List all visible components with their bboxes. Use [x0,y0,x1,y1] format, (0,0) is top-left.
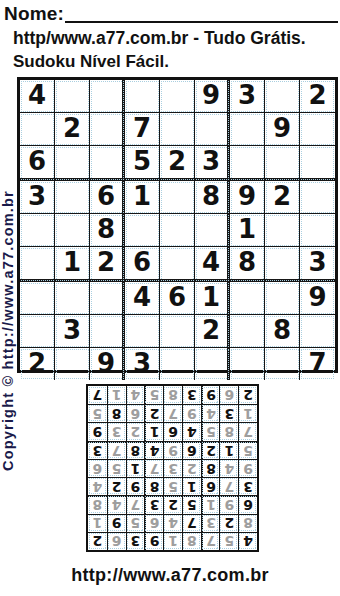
solution-cell-r2c2: 2 [219,514,238,532]
puzzle-cell-r1c9[interactable]: 2 [300,80,335,113]
puzzle-grid: 493227965233618928112648346193282937 [17,77,338,373]
puzzle-cell-r5c4[interactable] [125,214,160,247]
puzzle-cell-r8c2[interactable]: 3 [55,315,90,348]
site-header-text: http/www.a77.com.br - Tudo Grátis. [13,28,340,49]
solution-cell-r8c1: 1 [238,404,257,422]
solution-cell-r4c1: 3 [238,477,257,495]
puzzle-cell-r7c5[interactable]: 6 [160,282,195,315]
solution-cell-r1c9: 2 [88,532,107,550]
puzzle-cell-r1c1[interactable]: 4 [20,80,55,113]
puzzle-cell-r7c7[interactable] [230,282,265,315]
puzzle-cell-r6c5[interactable] [160,247,195,282]
puzzle-cell-r8c6[interactable]: 2 [195,315,230,348]
solution-cell-r4c4: 1 [182,477,201,495]
puzzle-cell-r3c9[interactable] [300,146,335,181]
puzzle-cell-r8c3[interactable] [90,315,125,348]
solution-cell-r5c9: 6 [88,459,107,477]
puzzle-cell-r9c6[interactable] [195,348,230,380]
puzzle-cell-r5c7[interactable]: 1 [230,214,265,247]
puzzle-cell-r4c7[interactable]: 9 [230,181,265,214]
solution-cell-r1c4: 8 [182,532,201,550]
puzzle-cell-r1c5[interactable] [160,80,195,113]
solution-cell-r2c8: 9 [107,514,126,532]
puzzle-cell-r9c1[interactable]: 2 [20,348,55,380]
solution-cell-r4c7: 9 [126,477,145,495]
solution-cell-r6c6: 4 [144,441,163,459]
puzzle-cell-r4c8[interactable]: 2 [265,181,300,214]
puzzle-cell-r2c1[interactable] [20,113,55,146]
puzzle-cell-r5c9[interactable] [300,214,335,247]
puzzle-cell-r6c7[interactable]: 8 [230,247,265,282]
puzzle-cell-r2c4[interactable]: 7 [125,113,160,146]
puzzle-cell-r6c9[interactable]: 3 [300,247,335,282]
puzzle-cell-r1c4[interactable] [125,80,160,113]
sudoku-sheet: Nome: http/www.a77.com.br - Tudo Grátis.… [0,0,340,596]
puzzle-cell-r3c1[interactable]: 6 [20,146,55,181]
puzzle-cell-r2c8[interactable]: 9 [265,113,300,146]
puzzle-cell-r4c4[interactable]: 1 [125,181,160,214]
puzzle-cell-r3c7[interactable] [230,146,265,181]
puzzle-cell-r4c2[interactable] [55,181,90,214]
solution-cell-r5c8: 5 [107,459,126,477]
puzzle-cell-r6c2[interactable]: 1 [55,247,90,282]
solution-cell-r4c3: 6 [201,477,220,495]
puzzle-cell-r2c2[interactable]: 2 [55,113,90,146]
solution-cell-r3c2: 9 [219,495,238,513]
solution-cell-r9c7: 4 [126,386,145,404]
puzzle-cell-r4c6[interactable]: 8 [195,181,230,214]
puzzle-cell-r6c8[interactable] [265,247,300,282]
solution-cell-r3c1: 6 [238,495,257,513]
puzzle-cell-r3c4[interactable]: 5 [125,146,160,181]
puzzle-cell-r9c3[interactable]: 9 [90,348,125,380]
solution-cell-r9c6: 5 [144,386,163,404]
name-label: Nome: [4,3,64,25]
puzzle-cell-r2c7[interactable] [230,113,265,146]
solution-cell-r8c7: 6 [126,404,145,422]
puzzle-cell-r5c5[interactable] [160,214,195,247]
puzzle-cell-r5c1[interactable] [20,214,55,247]
solution-cell-r2c4: 7 [182,514,201,532]
solution-cell-r6c7: 8 [126,441,145,459]
puzzle-cell-r2c9[interactable] [300,113,335,146]
puzzle-cell-r3c5[interactable]: 2 [160,146,195,181]
solution-cell-r9c1: 2 [238,386,257,404]
puzzle-cell-r7c9[interactable]: 9 [300,282,335,315]
puzzle-cell-r6c1[interactable] [20,247,55,282]
solution-cell-r2c1: 8 [238,514,257,532]
solution-cell-r5c7: 1 [126,459,145,477]
puzzle-cell-r1c3[interactable] [90,80,125,113]
solution-cell-r8c5: 7 [163,404,182,422]
puzzle-cell-r4c5[interactable] [160,181,195,214]
solution-cell-r1c8: 6 [107,532,126,550]
footer-url: http://www.a77.com.br [0,565,340,586]
puzzle-cell-r3c6[interactable]: 3 [195,146,230,181]
solution-cell-r8c2: 3 [219,404,238,422]
solution-cell-r4c5: 5 [163,477,182,495]
solution-cell-r3c9: 8 [88,495,107,513]
solution-cell-r8c4: 9 [182,404,201,422]
puzzle-cell-r3c8[interactable] [265,146,300,181]
solution-cell-r6c9: 3 [88,441,107,459]
solution-grid: 4578193628237465916915237483761589249482… [86,384,259,552]
solution-cell-r8c8: 8 [107,404,126,422]
puzzle-cell-r8c1[interactable] [20,315,55,348]
solution-cell-r4c9: 4 [88,477,107,495]
solution-cell-r7c5: 6 [163,422,182,440]
puzzle-cell-r6c6[interactable]: 4 [195,247,230,282]
solution-cell-r6c8: 7 [107,441,126,459]
puzzle-cell-r2c5[interactable] [160,113,195,146]
puzzle-cell-r9c9[interactable]: 7 [300,348,335,380]
puzzle-cell-r7c3[interactable] [90,282,125,315]
solution-cell-r5c5: 3 [163,459,182,477]
puzzle-cell-r4c1[interactable]: 3 [20,181,55,214]
solution-cell-r8c9: 5 [88,404,107,422]
puzzle-cell-r9c4[interactable]: 3 [125,348,160,380]
solution-cell-r5c6: 7 [144,459,163,477]
solution-cell-r4c6: 8 [144,477,163,495]
solution-cell-r3c3: 1 [201,495,220,513]
solution-cell-r5c2: 4 [219,459,238,477]
solution-cell-r5c1: 9 [238,459,257,477]
solution-cell-r1c1: 4 [238,532,257,550]
puzzle-cell-r8c8[interactable]: 8 [265,315,300,348]
copyright-vertical-text: Copyright © http://www.a77.com.br [0,81,17,471]
puzzle-cell-r8c7[interactable] [230,315,265,348]
solution-cell-r4c2: 7 [219,477,238,495]
puzzle-cell-r5c2[interactable] [55,214,90,247]
puzzle-cell-r6c3[interactable]: 2 [90,247,125,282]
solution-cell-r7c9: 9 [88,422,107,440]
puzzle-cell-r1c2[interactable] [55,80,90,113]
puzzle-cell-r2c3[interactable] [90,113,125,146]
name-row: Nome: [0,0,340,25]
puzzle-cell-r3c3[interactable] [90,146,125,181]
solution-cell-r5c3: 8 [201,459,220,477]
puzzle-cell-r1c7[interactable]: 3 [230,80,265,113]
solution-cell-r2c9: 1 [88,514,107,532]
puzzle-cell-r7c6[interactable]: 1 [195,282,230,315]
solution-cell-r1c2: 5 [219,532,238,550]
solution-cell-r7c4: 4 [182,422,201,440]
solution-cell-r1c5: 1 [163,532,182,550]
solution-cell-r4c8: 2 [107,477,126,495]
puzzle-cell-r1c8[interactable] [265,80,300,113]
solution-cell-r1c6: 9 [144,532,163,550]
solution-cell-r7c8: 3 [107,422,126,440]
solution-cell-r6c1: 5 [238,441,257,459]
puzzle-cell-r4c3[interactable]: 6 [90,181,125,214]
solution-cell-r2c6: 6 [144,514,163,532]
puzzle-cell-r5c8[interactable] [265,214,300,247]
solution-cell-r3c5: 2 [163,495,182,513]
solution-cell-r9c9: 7 [88,386,107,404]
page-title: Sudoku Nível Fácil. [13,52,340,72]
solution-cell-r7c7: 2 [126,422,145,440]
puzzle-cell-r9c8[interactable] [265,348,300,380]
solution-cell-r7c1: 7 [238,422,257,440]
solution-cell-r2c5: 4 [163,514,182,532]
solution-cell-r2c3: 3 [201,514,220,532]
solution-cell-r9c2: 6 [219,386,238,404]
puzzle-cell-r5c6[interactable] [195,214,230,247]
solution-cell-r8c3: 4 [201,404,220,422]
solution-cell-r7c6: 1 [144,422,163,440]
solution-cell-r6c4: 6 [182,441,201,459]
name-underline [65,20,338,23]
puzzle-cell-r8c5[interactable] [160,315,195,348]
solution-cell-r6c5: 9 [163,441,182,459]
puzzle-cell-r7c1[interactable] [20,282,55,315]
puzzle-cell-r8c9[interactable] [300,315,335,348]
solution-cell-r1c3: 7 [201,532,220,550]
puzzle-cell-r9c5[interactable] [160,348,195,380]
puzzle-cell-r7c8[interactable] [265,282,300,315]
puzzle-cell-r6c4[interactable]: 6 [125,247,160,282]
solution-cell-r9c3: 9 [201,386,220,404]
solution-cell-r2c7: 5 [126,514,145,532]
puzzle-cell-r5c3[interactable]: 8 [90,214,125,247]
puzzle-cell-r7c2[interactable] [55,282,90,315]
solution-cell-r7c3: 5 [201,422,220,440]
puzzle-cell-r1c6[interactable]: 9 [195,80,230,113]
solution-cell-r3c4: 5 [182,495,201,513]
puzzle-cell-r4c9[interactable] [300,181,335,214]
puzzle-cell-r9c7[interactable] [230,348,265,380]
solution-cell-r3c6: 3 [144,495,163,513]
solution-cell-r9c8: 1 [107,386,126,404]
puzzle-cell-r9c2[interactable] [55,348,90,380]
solution-cell-r9c4: 3 [182,386,201,404]
puzzle-cell-r7c4[interactable]: 4 [125,282,160,315]
solution-cell-r1c7: 3 [126,532,145,550]
solution-cell-r3c8: 4 [107,495,126,513]
solution-cell-r9c5: 8 [163,386,182,404]
solution-cell-r5c4: 2 [182,459,201,477]
solution-cell-r3c7: 7 [126,495,145,513]
puzzle-cell-r8c4[interactable] [125,315,160,348]
solution-cell-r6c2: 1 [219,441,238,459]
puzzle-cell-r2c6[interactable] [195,113,230,146]
solution-cell-r7c2: 8 [219,422,238,440]
puzzle-cell-r3c2[interactable] [55,146,90,181]
solution-cell-r8c6: 2 [144,404,163,422]
solution-cell-r6c3: 2 [201,441,220,459]
